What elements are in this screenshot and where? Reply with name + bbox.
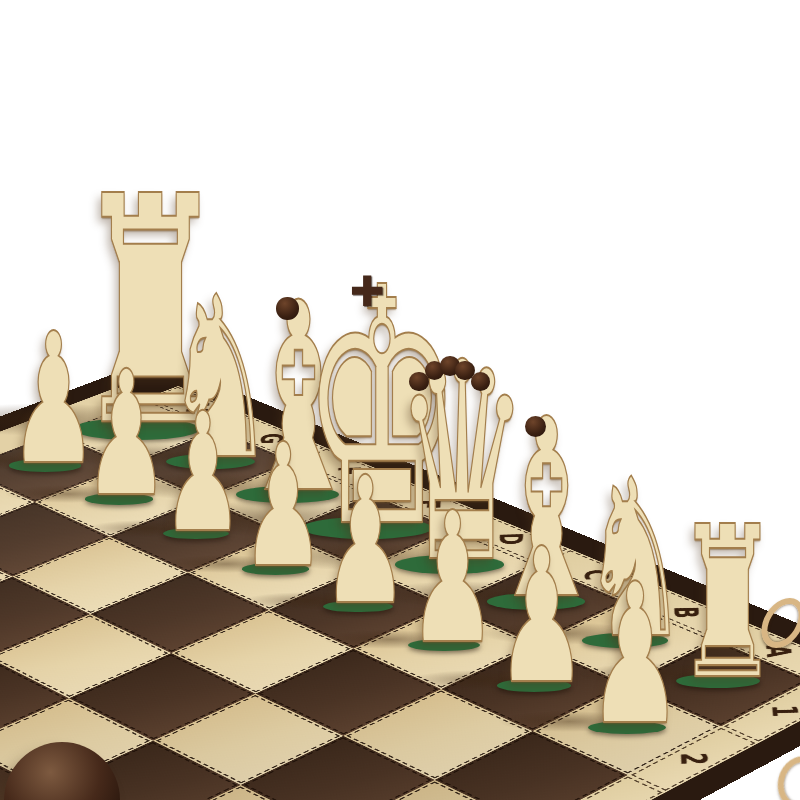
pawn-glyph: ♟ [588, 580, 667, 731]
piece-white-pawn-a2[interactable]: ♟ [555, 583, 698, 729]
photo-stage: 87654321 ABCDEFGH ♜♞♝♛♚✚♝♞♜♟♟♟♟♟♟♟♟ [0, 0, 800, 800]
